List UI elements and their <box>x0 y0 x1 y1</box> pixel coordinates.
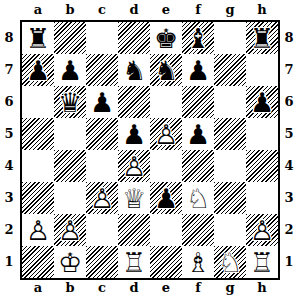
square-b6[interactable]: ♛ <box>54 86 86 118</box>
square-f8[interactable]: ♝ <box>182 22 214 54</box>
file-label-g: g <box>214 281 246 295</box>
square-f3[interactable]: ♞♘ <box>182 182 214 214</box>
file-label-b: b <box>54 281 86 295</box>
square-a5[interactable] <box>22 118 54 150</box>
piece-black-pawn: ♟ <box>86 86 118 118</box>
file-label-a: a <box>22 2 54 20</box>
piece-black-bishop: ♝ <box>182 22 214 54</box>
square-a3[interactable] <box>22 182 54 214</box>
square-d1[interactable]: ♜♖ <box>118 246 150 278</box>
square-g6[interactable] <box>214 86 246 118</box>
file-label-c: c <box>86 2 118 20</box>
piece-white-queen: ♛ <box>118 182 150 214</box>
file-label-h: h <box>246 2 278 20</box>
square-c1[interactable] <box>86 246 118 278</box>
square-e7[interactable]: ♞ <box>150 54 182 86</box>
piece-outline-icon: ♘ <box>182 182 214 214</box>
square-f4[interactable] <box>182 150 214 182</box>
piece-outline-icon: ♙ <box>118 150 150 182</box>
piece-outline-icon: ♖ <box>246 246 278 278</box>
square-g1[interactable]: ♞♘ <box>214 246 246 278</box>
square-a6[interactable] <box>22 86 54 118</box>
square-b3[interactable] <box>54 182 86 214</box>
square-d8[interactable] <box>118 22 150 54</box>
square-b2[interactable]: ♟♙ <box>54 214 86 246</box>
rank-label-7: 7 <box>283 54 295 86</box>
square-e3[interactable]: ♟ <box>150 182 182 214</box>
square-e2[interactable] <box>150 214 182 246</box>
square-e6[interactable] <box>150 86 182 118</box>
file-label-d: d <box>118 281 150 295</box>
square-c6[interactable]: ♟ <box>86 86 118 118</box>
square-d3[interactable]: ♛♕ <box>118 182 150 214</box>
square-g7[interactable] <box>214 54 246 86</box>
square-d4[interactable]: ♟♙ <box>118 150 150 182</box>
square-a2[interactable]: ♟♙ <box>22 214 54 246</box>
piece-outline-icon: ♙ <box>54 214 86 246</box>
rank-label-8: 8 <box>0 22 18 54</box>
square-f2[interactable] <box>182 214 214 246</box>
rank-label-2: 2 <box>0 214 18 246</box>
piece-black-king: ♚ <box>150 22 182 54</box>
piece-black-rook: ♜ <box>22 22 54 54</box>
file-label-d: d <box>118 2 150 20</box>
piece-outline-icon: ♙ <box>246 214 278 246</box>
square-g4[interactable] <box>214 150 246 182</box>
square-c3[interactable]: ♟♙ <box>86 182 118 214</box>
piece-white-knight: ♞ <box>182 182 214 214</box>
file-label-g: g <box>214 2 246 20</box>
file-label-b: b <box>54 2 86 20</box>
piece-black-pawn: ♟ <box>54 54 86 86</box>
square-h7[interactable] <box>246 54 278 86</box>
piece-black-pawn: ♟ <box>182 118 214 150</box>
piece-black-knight: ♞ <box>150 54 182 86</box>
square-f5[interactable]: ♟ <box>182 118 214 150</box>
file-labels-top: abcdefgh <box>22 2 278 20</box>
square-a8[interactable]: ♜ <box>22 22 54 54</box>
square-b8[interactable] <box>54 22 86 54</box>
square-e8[interactable]: ♚ <box>150 22 182 54</box>
file-label-e: e <box>150 281 182 295</box>
chess-diagram: abcdefgh 87654321 87654321 abcdefgh ♜♚♝♜… <box>0 0 295 295</box>
piece-outline-icon: ♕ <box>118 182 150 214</box>
file-label-a: a <box>22 281 54 295</box>
rank-label-3: 3 <box>283 182 295 214</box>
rank-label-6: 6 <box>283 86 295 118</box>
square-f6[interactable] <box>182 86 214 118</box>
piece-black-pawn: ♟ <box>246 86 278 118</box>
rank-label-5: 5 <box>0 118 18 150</box>
square-g8[interactable] <box>214 22 246 54</box>
square-h3[interactable] <box>246 182 278 214</box>
square-a1[interactable] <box>22 246 54 278</box>
square-d7[interactable]: ♞ <box>118 54 150 86</box>
square-g3[interactable] <box>214 182 246 214</box>
square-e1[interactable] <box>150 246 182 278</box>
square-b4[interactable] <box>54 150 86 182</box>
square-f1[interactable]: ♝♗ <box>182 246 214 278</box>
rank-label-8: 8 <box>283 22 295 54</box>
file-label-f: f <box>182 281 214 295</box>
piece-black-knight: ♞ <box>118 54 150 86</box>
chess-board: ♜♚♝♜♟♟♞♞♟♛♟♟♟♟♙♟♟♙♟♙♛♕♟♞♘♟♙♟♙♟♙♚♔♜♖♝♗♞♘♜… <box>20 20 280 280</box>
piece-white-rook: ♜ <box>118 246 150 278</box>
piece-white-bishop: ♝ <box>182 246 214 278</box>
square-e5[interactable]: ♟♙ <box>150 118 182 150</box>
rank-label-5: 5 <box>283 118 295 150</box>
file-label-c: c <box>86 281 118 295</box>
piece-outline-icon: ♙ <box>86 182 118 214</box>
square-c4[interactable] <box>86 150 118 182</box>
piece-white-rook: ♜ <box>246 246 278 278</box>
piece-black-pawn: ♟ <box>22 54 54 86</box>
square-c8[interactable] <box>86 22 118 54</box>
piece-outline-icon: ♖ <box>118 246 150 278</box>
square-h6[interactable]: ♟ <box>246 86 278 118</box>
piece-outline-icon: ♘ <box>214 246 246 278</box>
square-h5[interactable] <box>246 118 278 150</box>
square-h1[interactable]: ♜♖ <box>246 246 278 278</box>
file-label-f: f <box>182 2 214 20</box>
square-b1[interactable]: ♚♔ <box>54 246 86 278</box>
square-g5[interactable] <box>214 118 246 150</box>
piece-white-king: ♚ <box>54 246 86 278</box>
square-a4[interactable] <box>22 150 54 182</box>
square-a7[interactable]: ♟ <box>22 54 54 86</box>
piece-outline-icon: ♙ <box>22 214 54 246</box>
piece-white-pawn: ♟ <box>150 118 182 150</box>
piece-white-pawn: ♟ <box>22 214 54 246</box>
square-d2[interactable] <box>118 214 150 246</box>
file-labels-bottom: abcdefgh <box>22 281 278 295</box>
square-e4[interactable] <box>150 150 182 182</box>
square-c2[interactable] <box>86 214 118 246</box>
rank-label-6: 6 <box>0 86 18 118</box>
rank-label-7: 7 <box>0 54 18 86</box>
piece-black-pawn: ♟ <box>182 54 214 86</box>
file-label-h: h <box>246 281 278 295</box>
square-d5[interactable]: ♟ <box>118 118 150 150</box>
rank-labels-right: 87654321 <box>283 22 295 278</box>
square-b5[interactable] <box>54 118 86 150</box>
rank-label-4: 4 <box>0 150 18 182</box>
piece-white-pawn: ♟ <box>86 182 118 214</box>
rank-label-1: 1 <box>283 246 295 278</box>
square-c7[interactable] <box>86 54 118 86</box>
piece-outline-icon: ♗ <box>182 246 214 278</box>
piece-outline-icon: ♙ <box>150 118 182 150</box>
square-h8[interactable]: ♜ <box>246 22 278 54</box>
square-c5[interactable] <box>86 118 118 150</box>
piece-white-pawn: ♟ <box>246 214 278 246</box>
square-h2[interactable]: ♟♙ <box>246 214 278 246</box>
rank-label-3: 3 <box>0 182 18 214</box>
file-label-e: e <box>150 2 182 20</box>
rank-label-4: 4 <box>283 150 295 182</box>
square-d6[interactable] <box>118 86 150 118</box>
piece-white-pawn: ♟ <box>118 150 150 182</box>
square-h4[interactable] <box>246 150 278 182</box>
square-b7[interactable]: ♟ <box>54 54 86 86</box>
rank-label-1: 1 <box>0 246 18 278</box>
piece-black-queen: ♛ <box>54 86 86 118</box>
piece-white-knight: ♞ <box>214 246 246 278</box>
piece-white-pawn: ♟ <box>54 214 86 246</box>
square-g2[interactable] <box>214 214 246 246</box>
rank-label-2: 2 <box>283 214 295 246</box>
piece-outline-icon: ♔ <box>54 246 86 278</box>
piece-black-pawn: ♟ <box>150 182 182 214</box>
piece-black-pawn: ♟ <box>118 118 150 150</box>
square-f7[interactable]: ♟ <box>182 54 214 86</box>
rank-labels-left: 87654321 <box>0 22 18 278</box>
piece-black-rook: ♜ <box>246 22 278 54</box>
